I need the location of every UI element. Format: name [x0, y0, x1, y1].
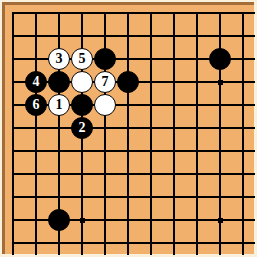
board-cell [117, 232, 140, 255]
board-cell [25, 48, 48, 71]
board-cell [2, 71, 25, 94]
board-cell [163, 2, 186, 25]
move-number: 2 [79, 121, 86, 135]
black-stone [48, 209, 70, 231]
board-cell [232, 25, 255, 48]
board-cell [25, 25, 48, 48]
board-cell [232, 163, 255, 186]
board-cell [2, 140, 25, 163]
board-cell [2, 186, 25, 209]
board-cell [71, 186, 94, 209]
board-cell [163, 163, 186, 186]
board-cell [48, 163, 71, 186]
board-cell [163, 232, 186, 255]
board-cell [94, 48, 117, 71]
board-cell [186, 71, 209, 94]
star-point [80, 218, 85, 223]
board-cell [186, 48, 209, 71]
board-cell [94, 163, 117, 186]
board-cell [163, 48, 186, 71]
board-cell: 3 [48, 48, 71, 71]
board-cell [140, 163, 163, 186]
board-cell [186, 140, 209, 163]
board-cell [48, 117, 71, 140]
star-point [218, 80, 223, 85]
board-cell [71, 163, 94, 186]
board-cell [71, 232, 94, 255]
board-cell [232, 209, 255, 232]
board-cell [2, 232, 25, 255]
board-cell [117, 186, 140, 209]
board-cell [48, 186, 71, 209]
board-cell [94, 117, 117, 140]
board-cell: 6 [25, 94, 48, 117]
board-cell [209, 117, 232, 140]
go-board-grid: 3547612 [2, 2, 255, 255]
board-cell [209, 2, 232, 25]
board-cell [186, 94, 209, 117]
board-cell: 4 [25, 71, 48, 94]
board-cell [25, 209, 48, 232]
board-cell [25, 163, 48, 186]
move-number: 3 [56, 52, 63, 66]
board-cell [71, 94, 94, 117]
board-cell [25, 186, 48, 209]
board-cell [232, 117, 255, 140]
board-cell: 5 [71, 48, 94, 71]
board-cell [232, 71, 255, 94]
star-point [218, 218, 223, 223]
board-cell [25, 232, 48, 255]
move-number: 5 [79, 52, 86, 66]
board-cell [186, 117, 209, 140]
board-cell [209, 94, 232, 117]
board-cell: 7 [94, 71, 117, 94]
board-cell [209, 232, 232, 255]
board-cell [140, 232, 163, 255]
board-cell [232, 2, 255, 25]
move-number: 1 [56, 98, 63, 112]
board-cell [140, 25, 163, 48]
board-cell [94, 25, 117, 48]
move-number: 7 [102, 75, 109, 89]
board-cell [117, 48, 140, 71]
black-stone: 2 [71, 117, 93, 139]
board-cell [163, 117, 186, 140]
board-cell [48, 71, 71, 94]
board-cell [163, 25, 186, 48]
board-cell: 2 [71, 117, 94, 140]
board-cell [163, 94, 186, 117]
board-cell [48, 25, 71, 48]
board-cell [25, 140, 48, 163]
board-cell [2, 94, 25, 117]
board-cell [232, 140, 255, 163]
board-cell [117, 117, 140, 140]
white-stone [71, 71, 93, 93]
board-cell [209, 140, 232, 163]
black-stone [209, 48, 231, 70]
board-cell [71, 209, 94, 232]
board-cell [140, 2, 163, 25]
black-stone: 6 [25, 94, 47, 116]
board-cell [48, 232, 71, 255]
board-cell [140, 140, 163, 163]
board-cell [209, 48, 232, 71]
board-cell [140, 71, 163, 94]
white-stone: 3 [48, 48, 70, 70]
black-stone [48, 71, 70, 93]
board-cell [117, 2, 140, 25]
board-cell [209, 186, 232, 209]
board-cell [48, 2, 71, 25]
board-cell [163, 209, 186, 232]
board-cell [140, 186, 163, 209]
board-cell [25, 2, 48, 25]
move-number: 4 [33, 75, 40, 89]
board-cell [117, 163, 140, 186]
board-cell [186, 163, 209, 186]
board-cell [117, 94, 140, 117]
board-cell [117, 140, 140, 163]
board-cell [94, 209, 117, 232]
board-cell [117, 71, 140, 94]
board-cell [186, 25, 209, 48]
black-stone: 4 [25, 71, 47, 93]
board-cell [163, 140, 186, 163]
board-cell [25, 117, 48, 140]
board-cell [209, 71, 232, 94]
board-cell [140, 117, 163, 140]
board-cell [94, 94, 117, 117]
board-cell [2, 163, 25, 186]
board-cell [209, 163, 232, 186]
board-cell [140, 48, 163, 71]
board-cell [71, 2, 94, 25]
board-cell [117, 209, 140, 232]
board-cell [117, 25, 140, 48]
black-stone [94, 48, 116, 70]
board-cell [94, 232, 117, 255]
go-diagram: 3547612 [0, 0, 257, 257]
board-cell [48, 140, 71, 163]
board-cell [94, 186, 117, 209]
board-cell [2, 117, 25, 140]
move-number: 6 [33, 98, 40, 112]
board-cell [140, 209, 163, 232]
white-stone [94, 94, 116, 116]
board-cell [48, 209, 71, 232]
board-cell [163, 71, 186, 94]
board-cell [2, 48, 25, 71]
board-cell [163, 186, 186, 209]
board-cell [232, 186, 255, 209]
board-cell [71, 25, 94, 48]
board-cell [209, 209, 232, 232]
board-cell [232, 48, 255, 71]
board-cell [2, 25, 25, 48]
board-cell [71, 140, 94, 163]
board-cell [186, 2, 209, 25]
board-cell [186, 209, 209, 232]
board-cell [232, 94, 255, 117]
white-stone: 5 [71, 48, 93, 70]
black-stone [117, 71, 139, 93]
board-cell [209, 25, 232, 48]
white-stone: 1 [48, 94, 70, 116]
board-cell [94, 2, 117, 25]
black-stone [71, 94, 93, 116]
board-cell [71, 71, 94, 94]
white-stone: 7 [94, 71, 116, 93]
board-cell: 1 [48, 94, 71, 117]
board-cell [186, 186, 209, 209]
board-cell [186, 232, 209, 255]
board-cell [232, 232, 255, 255]
board-cell [2, 209, 25, 232]
board-cell [140, 94, 163, 117]
board-cell [94, 140, 117, 163]
board-cell [2, 2, 25, 25]
